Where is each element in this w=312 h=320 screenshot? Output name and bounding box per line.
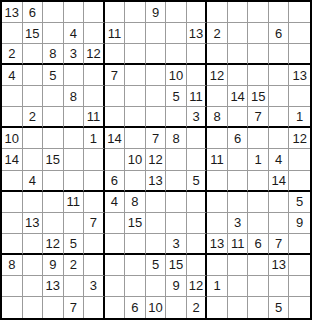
cell-r5c7-empty[interactable] [125,86,146,107]
cell-r11c14-empty[interactable] [269,213,290,234]
cell-r6c2-given: 2 [23,107,44,128]
cell-r2c14-given: 6 [269,23,290,44]
cell-r8c7-given: 10 [125,149,146,170]
cell-r13c8-given: 5 [146,255,167,276]
cell-r11c7-given: 15 [125,213,146,234]
cell-r15c1-empty[interactable] [2,297,23,318]
cell-r5c15-empty[interactable] [289,86,310,107]
cell-r1c6-empty[interactable] [105,2,126,23]
cell-r8c2-empty[interactable] [23,149,44,170]
cell-r5c2-empty[interactable] [23,86,44,107]
cell-r3c4-given: 3 [64,44,85,65]
cell-r13c3-given: 9 [43,255,64,276]
cell-r1c1-given: 13 [2,2,23,23]
cell-r11c2-given: 13 [23,213,44,234]
cell-r12c4-given: 5 [64,234,85,255]
cell-r5c11-empty[interactable] [207,86,228,107]
cell-r3c7-empty[interactable] [125,44,146,65]
cell-r6c1-empty[interactable] [2,107,23,128]
cell-r14c12-empty[interactable] [228,276,249,297]
cell-r4c5-empty[interactable] [84,65,105,86]
cell-r1c15-empty[interactable] [289,2,310,23]
cell-r2c4-given: 4 [64,23,85,44]
cell-r15c2-empty[interactable] [23,297,44,318]
cell-r8c3-given: 15 [43,149,64,170]
cell-r14c2-empty[interactable] [23,276,44,297]
cell-r7c12-given: 6 [228,128,249,149]
cell-r14c14-empty[interactable] [269,276,290,297]
cell-r10c11-empty[interactable] [207,192,228,213]
cell-r5c13-given: 15 [248,86,269,107]
cell-r7c3-empty[interactable] [43,128,64,149]
cell-r13c5-empty[interactable] [84,255,105,276]
cell-r6c6-empty[interactable] [105,107,126,128]
cell-r3c2-empty[interactable] [23,44,44,65]
cell-r4c13-empty[interactable] [248,65,269,86]
cell-r14c4-empty[interactable] [64,276,85,297]
cell-r3c8-empty[interactable] [146,44,167,65]
cell-r1c12-empty[interactable] [228,2,249,23]
cell-r14c8-empty[interactable] [146,276,167,297]
cell-r10c6-given: 4 [105,192,126,213]
sudoku-15x15-board-wrap: 1369154111326283124571012138511141521138… [0,0,312,320]
cell-r6c5-given: 11 [84,107,105,128]
cell-r3c10-empty[interactable] [187,44,208,65]
cell-r11c9-empty[interactable] [166,213,187,234]
cell-r7c15-given: 12 [289,128,310,149]
cell-r4c8-empty[interactable] [146,65,167,86]
cell-r8c1-given: 14 [2,149,23,170]
cell-r1c4-empty[interactable] [64,2,85,23]
cell-r7c14-empty[interactable] [269,128,290,149]
cell-r3c12-empty[interactable] [228,44,249,65]
cell-r15c3-empty[interactable] [43,297,64,318]
cell-r10c8-empty[interactable] [146,192,167,213]
cell-r10c1-empty[interactable] [2,192,23,213]
cell-r14c10-given: 12 [187,276,208,297]
cell-r6c11-given: 8 [207,107,228,128]
cell-r5c6-empty[interactable] [105,86,126,107]
cell-r5c10-given: 11 [187,86,208,107]
cell-r4c1-given: 4 [2,65,23,86]
cell-r10c2-empty[interactable] [23,192,44,213]
cell-r9c4-empty[interactable] [64,171,85,192]
cell-r3c15-empty[interactable] [289,44,310,65]
cell-r1c9-empty[interactable] [166,2,187,23]
cell-r10c14-empty[interactable] [269,192,290,213]
cell-r2c9-empty[interactable] [166,23,187,44]
cell-r3c13-empty[interactable] [248,44,269,65]
cell-r10c12-empty[interactable] [228,192,249,213]
cell-r12c10-empty[interactable] [187,234,208,255]
cell-r7c5-given: 1 [84,128,105,149]
cell-r8c11-given: 11 [207,149,228,170]
cell-r6c8-empty[interactable] [146,107,167,128]
sudoku-grid: 1369154111326283124571012138511141521138… [0,0,312,320]
cell-r15c4-given: 7 [64,297,85,318]
cell-r9c14-given: 14 [269,171,290,192]
cell-r9c15-empty[interactable] [289,171,310,192]
cell-r1c3-empty[interactable] [43,2,64,23]
cell-r13c2-empty[interactable] [23,255,44,276]
cell-r3c5-given: 12 [84,44,105,65]
cell-r11c15-given: 9 [289,213,310,234]
cell-r14c13-empty[interactable] [248,276,269,297]
cell-r12c14-given: 7 [269,234,290,255]
cell-r4c9-given: 10 [166,65,187,86]
cell-r12c11-given: 13 [207,234,228,255]
cell-r9c6-given: 6 [105,171,126,192]
cell-r6c10-given: 3 [187,107,208,128]
cell-r1c2-given: 6 [23,2,44,23]
cell-r3c14-empty[interactable] [269,44,290,65]
cell-r8c8-given: 12 [146,149,167,170]
cell-r9c9-empty[interactable] [166,171,187,192]
cell-r11c6-empty[interactable] [105,213,126,234]
cell-r4c6-given: 7 [105,65,126,86]
cell-r10c15-given: 5 [289,192,310,213]
cell-r8c15-empty[interactable] [289,149,310,170]
cell-r7c9-given: 8 [166,128,187,149]
cell-r4c4-empty[interactable] [64,65,85,86]
cell-r15c14-given: 5 [269,297,290,318]
cell-r14c11-given: 1 [207,276,228,297]
cell-r10c9-empty[interactable] [166,192,187,213]
cell-r7c13-empty[interactable] [248,128,269,149]
cell-r15c8-given: 10 [146,297,167,318]
cell-r3c6-empty[interactable] [105,44,126,65]
cell-r11c12-given: 3 [228,213,249,234]
cell-r15c12-empty[interactable] [228,297,249,318]
cell-r13c12-empty[interactable] [228,255,249,276]
cell-r9c1-empty[interactable] [2,171,23,192]
cell-r2c6-given: 11 [105,23,126,44]
cell-r15c9-empty[interactable] [166,297,187,318]
cell-r2c10-given: 13 [187,23,208,44]
cell-r13c1-given: 8 [2,255,23,276]
cell-r2c3-empty[interactable] [43,23,64,44]
cell-r13c14-given: 13 [269,255,290,276]
cell-r6c15-given: 1 [289,107,310,128]
cell-r12c5-empty[interactable] [84,234,105,255]
cell-r13c11-empty[interactable] [207,255,228,276]
cell-r14c1-empty[interactable] [2,276,23,297]
cell-r14c3-given: 13 [43,276,64,297]
cell-r12c12-given: 11 [228,234,249,255]
cell-r8c9-empty[interactable] [166,149,187,170]
cell-r4c7-empty[interactable] [125,65,146,86]
cell-r4c14-empty[interactable] [269,65,290,86]
cell-r2c2-given: 15 [23,23,44,44]
cell-r3c3-given: 8 [43,44,64,65]
cell-r14c7-empty[interactable] [125,276,146,297]
cell-r9c7-empty[interactable] [125,171,146,192]
cell-r5c3-empty[interactable] [43,86,64,107]
cell-r5c4-given: 8 [64,86,85,107]
cell-r10c5-empty[interactable] [84,192,105,213]
cell-r15c10-given: 2 [187,297,208,318]
cell-r6c3-empty[interactable] [43,107,64,128]
cell-r7c8-given: 7 [146,128,167,149]
cell-r6c7-empty[interactable] [125,107,146,128]
cell-r13c15-empty[interactable] [289,255,310,276]
cell-r2c7-empty[interactable] [125,23,146,44]
cell-r1c7-empty[interactable] [125,2,146,23]
cell-r8c5-empty[interactable] [84,149,105,170]
cell-r7c1-given: 10 [2,128,23,149]
cell-r1c5-empty[interactable] [84,2,105,23]
cell-r7c11-empty[interactable] [207,128,228,149]
cell-r15c7-given: 6 [125,297,146,318]
cell-r13c6-empty[interactable] [105,255,126,276]
cell-r9c2-given: 4 [23,171,44,192]
cell-r7c6-given: 14 [105,128,126,149]
cell-r2c12-empty[interactable] [228,23,249,44]
cell-r5c14-empty[interactable] [269,86,290,107]
cell-r9c3-empty[interactable] [43,171,64,192]
cell-r6c14-empty[interactable] [269,107,290,128]
cell-r15c5-empty[interactable] [84,297,105,318]
cell-r7c10-empty[interactable] [187,128,208,149]
cell-r14c15-empty[interactable] [289,276,310,297]
cell-r14c9-given: 9 [166,276,187,297]
cell-r11c3-empty[interactable] [43,213,64,234]
cell-r7c7-empty[interactable] [125,128,146,149]
cell-r9c12-empty[interactable] [228,171,249,192]
cell-r9c10-given: 5 [187,171,208,192]
cell-r10c3-empty[interactable] [43,192,64,213]
cell-r15c15-empty[interactable] [289,297,310,318]
cell-r8c14-given: 4 [269,149,290,170]
cell-r1c14-empty[interactable] [269,2,290,23]
cell-r10c10-empty[interactable] [187,192,208,213]
cell-r4c15-given: 13 [289,65,310,86]
cell-r9c8-given: 13 [146,171,167,192]
cell-r10c13-empty[interactable] [248,192,269,213]
cell-r1c8-given: 9 [146,2,167,23]
cell-r11c8-empty[interactable] [146,213,167,234]
cell-r15c13-empty[interactable] [248,297,269,318]
cell-r13c7-empty[interactable] [125,255,146,276]
cell-r6c9-empty[interactable] [166,107,187,128]
cell-r15c11-empty[interactable] [207,297,228,318]
cell-r10c7-given: 8 [125,192,146,213]
cell-r8c13-given: 1 [248,149,269,170]
cell-r13c9-given: 15 [166,255,187,276]
cell-r8c6-empty[interactable] [105,149,126,170]
cell-r13c10-empty[interactable] [187,255,208,276]
cell-r13c4-given: 2 [64,255,85,276]
cell-r2c1-empty[interactable] [2,23,23,44]
cell-r12c7-empty[interactable] [125,234,146,255]
cell-r2c11-given: 2 [207,23,228,44]
cell-r3c11-empty[interactable] [207,44,228,65]
cell-r9c5-empty[interactable] [84,171,105,192]
cell-r10c4-given: 11 [64,192,85,213]
cell-r2c15-empty[interactable] [289,23,310,44]
cell-r11c1-empty[interactable] [2,213,23,234]
cell-r3c1-given: 2 [2,44,23,65]
cell-r8c4-empty[interactable] [64,149,85,170]
cell-r8c12-empty[interactable] [228,149,249,170]
cell-r12c15-empty[interactable] [289,234,310,255]
cell-r6c13-given: 7 [248,107,269,128]
cell-r1c13-empty[interactable] [248,2,269,23]
cell-r9c11-empty[interactable] [207,171,228,192]
cell-r5c1-empty[interactable] [2,86,23,107]
cell-r2c5-empty[interactable] [84,23,105,44]
cell-r12c13-given: 6 [248,234,269,255]
cell-r12c1-empty[interactable] [2,234,23,255]
cell-r4c11-given: 12 [207,65,228,86]
cell-r11c10-empty[interactable] [187,213,208,234]
cell-r11c11-empty[interactable] [207,213,228,234]
cell-r3c9-empty[interactable] [166,44,187,65]
cell-r7c4-empty[interactable] [64,128,85,149]
cell-r2c8-empty[interactable] [146,23,167,44]
cell-r12c3-given: 12 [43,234,64,255]
cell-r4c2-empty[interactable] [23,65,44,86]
cell-r5c5-empty[interactable] [84,86,105,107]
cell-r5c8-empty[interactable] [146,86,167,107]
cell-r12c2-empty[interactable] [23,234,44,255]
cell-r9c13-empty[interactable] [248,171,269,192]
cell-r13c13-empty[interactable] [248,255,269,276]
cell-r5c9-given: 5 [166,86,187,107]
cell-r5c12-given: 14 [228,86,249,107]
cell-r7c2-empty[interactable] [23,128,44,149]
cell-r12c6-empty[interactable] [105,234,126,255]
cell-r11c4-empty[interactable] [64,213,85,234]
cell-r4c10-empty[interactable] [187,65,208,86]
cell-r1c11-empty[interactable] [207,2,228,23]
cell-r14c5-given: 3 [84,276,105,297]
cell-r4c12-empty[interactable] [228,65,249,86]
cell-r8c10-empty[interactable] [187,149,208,170]
cell-r12c9-given: 3 [166,234,187,255]
cell-r6c4-empty[interactable] [64,107,85,128]
cell-r4c3-given: 5 [43,65,64,86]
cell-r14c6-empty[interactable] [105,276,126,297]
cell-r15c6-empty[interactable] [105,297,126,318]
cell-r1c10-empty[interactable] [187,2,208,23]
cell-r2c13-empty[interactable] [248,23,269,44]
cell-r6c12-empty[interactable] [228,107,249,128]
cell-r12c8-empty[interactable] [146,234,167,255]
cell-r11c13-empty[interactable] [248,213,269,234]
cell-r11c5-given: 7 [84,213,105,234]
